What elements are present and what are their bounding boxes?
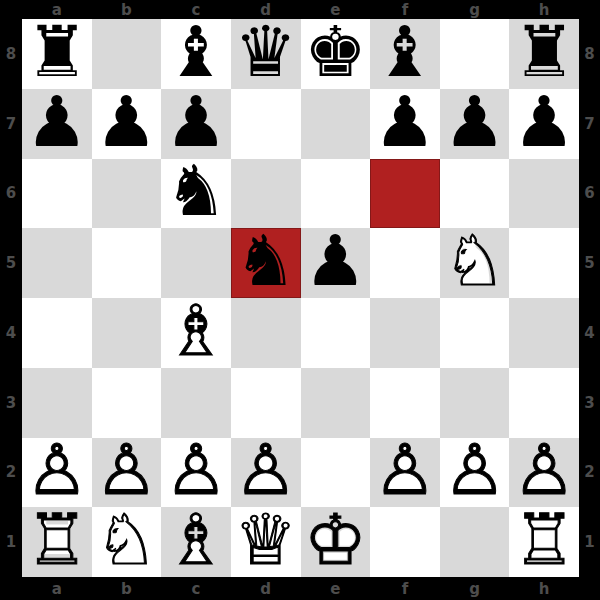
square-b3[interactable] [92, 368, 162, 438]
square-a2[interactable]: ♟♙ [22, 438, 92, 508]
square-c5[interactable] [161, 228, 231, 298]
piece-black-bishop[interactable]: ♝ [161, 19, 231, 89]
square-f8[interactable]: ♝ [370, 19, 440, 89]
square-e5[interactable]: ♟ [301, 228, 371, 298]
white-knight-glyph: ♘ [92, 505, 162, 575]
square-e2[interactable] [301, 438, 371, 508]
piece-black-knight[interactable]: ♞ [161, 159, 231, 229]
rank-label-right-6: 6 [579, 159, 600, 229]
square-g2[interactable]: ♟♙ [440, 438, 510, 508]
square-c4[interactable]: ♝♗ [161, 298, 231, 368]
square-c8[interactable]: ♝ [161, 19, 231, 89]
rank-label-left-5: 5 [0, 228, 22, 298]
piece-white-queen[interactable]: ♛♕ [231, 507, 301, 577]
white-queen-glyph: ♕ [231, 505, 301, 575]
rank-label-left-2: 2 [0, 438, 22, 508]
piece-white-rook[interactable]: ♜♖ [22, 507, 92, 577]
rank-label-right-4: 4 [579, 298, 600, 368]
rank-label-left-6: 6 [0, 159, 22, 229]
white-pawn-glyph: ♙ [370, 436, 440, 506]
file-label-top-g: g [440, 0, 510, 19]
piece-white-bishop[interactable]: ♝♗ [161, 298, 231, 368]
piece-black-rook[interactable]: ♜ [22, 19, 92, 89]
rank-label-right-2: 2 [579, 438, 600, 508]
rank-label-right-1: 1 [579, 507, 600, 577]
file-label-bottom-g: g [440, 577, 510, 600]
square-a3[interactable] [22, 368, 92, 438]
square-b8[interactable] [92, 19, 162, 89]
piece-white-pawn[interactable]: ♟♙ [92, 438, 162, 508]
black-bishop-glyph: ♝ [161, 17, 231, 87]
piece-black-pawn[interactable]: ♟ [440, 89, 510, 159]
piece-black-pawn[interactable]: ♟ [161, 89, 231, 159]
black-pawn-glyph: ♟ [440, 87, 510, 157]
piece-white-pawn[interactable]: ♟♙ [22, 438, 92, 508]
rank-label-right-7: 7 [579, 89, 600, 159]
piece-black-bishop[interactable]: ♝ [370, 19, 440, 89]
square-h2[interactable]: ♟♙ [509, 438, 579, 508]
square-a7[interactable]: ♟ [22, 89, 92, 159]
square-d5[interactable]: ♞ [231, 228, 301, 298]
square-h8[interactable]: ♜ [509, 19, 579, 89]
white-rook-glyph: ♖ [22, 505, 92, 575]
square-f1[interactable] [370, 507, 440, 577]
square-f5[interactable] [370, 228, 440, 298]
rank-label-left-8: 8 [0, 19, 22, 89]
piece-black-pawn[interactable]: ♟ [301, 228, 371, 298]
square-d3[interactable] [231, 368, 301, 438]
square-f6[interactable] [370, 159, 440, 229]
piece-black-pawn[interactable]: ♟ [370, 89, 440, 159]
black-knight-glyph: ♞ [161, 157, 231, 227]
piece-black-king[interactable]: ♚ [301, 19, 371, 89]
black-rook-glyph: ♜ [22, 17, 92, 87]
file-label-bottom-f: f [370, 577, 440, 600]
square-h6[interactable] [509, 159, 579, 229]
black-rook-glyph: ♜ [509, 17, 579, 87]
square-e3[interactable] [301, 368, 371, 438]
square-f2[interactable]: ♟♙ [370, 438, 440, 508]
piece-white-pawn[interactable]: ♟♙ [440, 438, 510, 508]
piece-white-knight[interactable]: ♞♘ [92, 507, 162, 577]
rank-labels-right: 87654321 [579, 19, 600, 577]
square-f7[interactable]: ♟ [370, 89, 440, 159]
chess-board-frame: abcdefgh abcdefgh 87654321 87654321 ♜♝♛♚… [0, 0, 600, 600]
piece-white-bishop[interactable]: ♝♗ [161, 507, 231, 577]
square-e4[interactable] [301, 298, 371, 368]
square-a4[interactable] [22, 298, 92, 368]
square-a1[interactable]: ♜♖ [22, 507, 92, 577]
square-h5[interactable] [509, 228, 579, 298]
white-pawn-glyph: ♙ [161, 436, 231, 506]
square-a6[interactable] [22, 159, 92, 229]
square-h4[interactable] [509, 298, 579, 368]
black-bishop-glyph: ♝ [370, 17, 440, 87]
square-b5[interactable] [92, 228, 162, 298]
square-b7[interactable]: ♟ [92, 89, 162, 159]
black-knight-glyph: ♞ [231, 226, 301, 296]
white-pawn-glyph: ♙ [22, 436, 92, 506]
black-king-glyph: ♚ [301, 17, 371, 87]
square-c3[interactable] [161, 368, 231, 438]
white-rook-glyph: ♖ [509, 505, 579, 575]
chess-board: ♜♝♛♚♝♜♟♟♟♟♟♟♞♞♟♞♘♝♗♟♙♟♙♟♙♟♙♟♙♟♙♟♙♜♖♞♘♝♗♛… [22, 19, 579, 577]
white-pawn-glyph: ♙ [440, 436, 510, 506]
white-bishop-glyph: ♗ [161, 505, 231, 575]
square-g3[interactable] [440, 368, 510, 438]
piece-white-pawn[interactable]: ♟♙ [231, 438, 301, 508]
black-pawn-glyph: ♟ [22, 87, 92, 157]
square-d1[interactable]: ♛♕ [231, 507, 301, 577]
white-king-glyph: ♔ [301, 505, 371, 575]
square-g7[interactable]: ♟ [440, 89, 510, 159]
piece-white-pawn[interactable]: ♟♙ [509, 438, 579, 508]
square-f3[interactable] [370, 368, 440, 438]
black-pawn-glyph: ♟ [370, 87, 440, 157]
white-pawn-glyph: ♙ [509, 436, 579, 506]
rank-label-left-4: 4 [0, 298, 22, 368]
file-label-top-b: b [92, 0, 162, 19]
black-pawn-glyph: ♟ [301, 226, 371, 296]
square-d2[interactable]: ♟♙ [231, 438, 301, 508]
white-pawn-glyph: ♙ [231, 436, 301, 506]
white-bishop-glyph: ♗ [161, 296, 231, 366]
square-f4[interactable] [370, 298, 440, 368]
rank-label-left-7: 7 [0, 89, 22, 159]
rank-label-right-5: 5 [579, 228, 600, 298]
piece-white-knight[interactable]: ♞♘ [440, 228, 510, 298]
square-e6[interactable] [301, 159, 371, 229]
square-e1[interactable]: ♚♔ [301, 507, 371, 577]
square-g5[interactable]: ♞♘ [440, 228, 510, 298]
rank-label-right-8: 8 [579, 19, 600, 89]
black-pawn-glyph: ♟ [509, 87, 579, 157]
piece-white-pawn[interactable]: ♟♙ [161, 438, 231, 508]
rank-label-left-3: 3 [0, 368, 22, 438]
piece-white-king[interactable]: ♚♔ [301, 507, 371, 577]
square-d6[interactable] [231, 159, 301, 229]
black-pawn-glyph: ♟ [161, 87, 231, 157]
white-pawn-glyph: ♙ [92, 436, 162, 506]
black-pawn-glyph: ♟ [92, 87, 162, 157]
piece-black-pawn[interactable]: ♟ [92, 89, 162, 159]
square-c2[interactable]: ♟♙ [161, 438, 231, 508]
piece-white-rook[interactable]: ♜♖ [509, 507, 579, 577]
square-d8[interactable]: ♛ [231, 19, 301, 89]
piece-black-knight[interactable]: ♞ [231, 228, 301, 298]
square-d4[interactable] [231, 298, 301, 368]
piece-black-pawn[interactable]: ♟ [509, 89, 579, 159]
square-g4[interactable] [440, 298, 510, 368]
square-h1[interactable]: ♜♖ [509, 507, 579, 577]
square-h7[interactable]: ♟ [509, 89, 579, 159]
piece-black-queen[interactable]: ♛ [231, 19, 301, 89]
rank-labels-left: 87654321 [0, 19, 22, 577]
square-e8[interactable]: ♚ [301, 19, 371, 89]
square-c1[interactable]: ♝♗ [161, 507, 231, 577]
square-b6[interactable] [92, 159, 162, 229]
piece-black-pawn[interactable]: ♟ [22, 89, 92, 159]
square-b1[interactable]: ♞♘ [92, 507, 162, 577]
black-queen-glyph: ♛ [231, 17, 301, 87]
square-c7[interactable]: ♟ [161, 89, 231, 159]
square-h3[interactable] [509, 368, 579, 438]
square-g8[interactable] [440, 19, 510, 89]
square-c6[interactable]: ♞ [161, 159, 231, 229]
square-g1[interactable] [440, 507, 510, 577]
square-a5[interactable] [22, 228, 92, 298]
square-e7[interactable] [301, 89, 371, 159]
square-b4[interactable] [92, 298, 162, 368]
square-b2[interactable]: ♟♙ [92, 438, 162, 508]
square-a8[interactable]: ♜ [22, 19, 92, 89]
square-g6[interactable] [440, 159, 510, 229]
rank-label-left-1: 1 [0, 507, 22, 577]
piece-black-rook[interactable]: ♜ [509, 19, 579, 89]
square-d7[interactable] [231, 89, 301, 159]
white-knight-glyph: ♘ [440, 226, 510, 296]
piece-white-pawn[interactable]: ♟♙ [370, 438, 440, 508]
rank-label-right-3: 3 [579, 368, 600, 438]
